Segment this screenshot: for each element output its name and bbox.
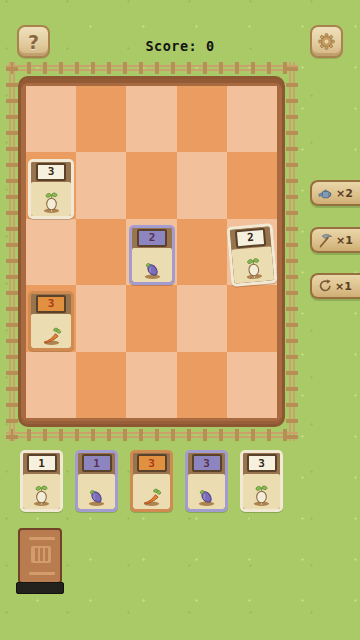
card-turnip[interactable]: 1: [20, 450, 63, 512]
turnip-icon: [29, 483, 54, 508]
board-cell[interactable]: [26, 86, 76, 152]
score-label: Score: 0: [0, 38, 360, 54]
fence-right: [286, 62, 298, 441]
card-eggplant[interactable]: 2: [129, 225, 175, 285]
refresh-button[interactable]: ×1: [310, 273, 360, 299]
deck-book-button[interactable]: [16, 528, 64, 595]
eggplant-icon: [84, 483, 109, 508]
card-header: 1: [78, 453, 115, 474]
card-art: [31, 182, 71, 216]
turnip-icon: [249, 483, 274, 508]
card-carrot[interactable]: 3: [130, 450, 173, 512]
card-art: [243, 474, 280, 509]
book-decoration: [29, 572, 55, 575]
board-cell[interactable]: [227, 352, 277, 418]
board-cell[interactable]: [227, 152, 277, 218]
card-art: [78, 474, 115, 509]
card-value: 1: [82, 454, 112, 472]
fence-top: [6, 62, 298, 74]
card-header: 2: [132, 228, 172, 248]
card-value: 3: [36, 163, 66, 181]
card-turnip[interactable]: 3: [240, 450, 283, 512]
board-cell[interactable]: [126, 285, 176, 351]
card-value: 3: [192, 454, 222, 472]
board-cell[interactable]: [177, 219, 227, 285]
board-cell[interactable]: [26, 219, 76, 285]
card-value: 3: [247, 454, 277, 472]
board-cell[interactable]: [177, 352, 227, 418]
card-header: 3: [188, 453, 225, 474]
settings-button[interactable]: [310, 25, 343, 58]
action-count: ×1: [335, 280, 352, 293]
board-cell[interactable]: [177, 285, 227, 351]
action-count: ×1: [336, 234, 353, 247]
card-value: 3: [137, 454, 167, 472]
carrot-icon: [139, 483, 164, 508]
card-value: 3: [36, 295, 66, 313]
card-turnip[interactable]: 3: [28, 159, 74, 219]
action-count: ×2: [336, 187, 353, 200]
card-value: 2: [137, 229, 167, 247]
card-art: [231, 246, 274, 283]
card-value: 1: [27, 454, 57, 472]
pickaxe-icon: [317, 232, 334, 249]
recipe-book-icon: [18, 528, 62, 584]
board-cell[interactable]: [177, 86, 227, 152]
card-value: 2: [235, 228, 266, 249]
gear-icon: [316, 31, 337, 52]
card-header: 3: [133, 453, 170, 474]
board-cell[interactable]: [126, 152, 176, 218]
board-cell[interactable]: [76, 352, 126, 418]
fence-bottom: [6, 429, 298, 441]
pickaxe-button[interactable]: ×1: [310, 227, 360, 253]
card-header: 3: [31, 162, 71, 182]
card-turnip[interactable]: 2: [226, 223, 277, 287]
card-art: [132, 248, 172, 282]
book-pages: [16, 582, 64, 594]
eggplant-icon: [140, 256, 165, 281]
card-art: [133, 474, 170, 509]
card-eggplant[interactable]: 1: [75, 450, 118, 512]
refresh-icon: [317, 278, 333, 294]
fence-left: [6, 62, 18, 441]
card-art: [23, 474, 60, 509]
board-cell[interactable]: [76, 219, 126, 285]
card-carrot[interactable]: 3: [28, 291, 74, 351]
board-cell[interactable]: [76, 285, 126, 351]
book-emblem: [31, 546, 51, 563]
card-header: 1: [23, 453, 60, 474]
board-cell[interactable]: [126, 352, 176, 418]
board-cell[interactable]: [76, 86, 126, 152]
card-eggplant[interactable]: 3: [185, 450, 228, 512]
card-art: [31, 314, 71, 348]
card-header: 3: [31, 294, 71, 314]
eggplant-icon: [194, 483, 219, 508]
board-cell[interactable]: [76, 152, 126, 218]
watering-can-icon: [317, 185, 334, 202]
board-cell[interactable]: [227, 285, 277, 351]
board-cell[interactable]: [126, 86, 176, 152]
book-decoration: [29, 537, 55, 540]
watering-can-button[interactable]: ×2: [310, 180, 360, 206]
turnip-icon: [240, 255, 267, 282]
board-cell[interactable]: [227, 86, 277, 152]
carrot-icon: [39, 322, 64, 347]
turnip-icon: [39, 190, 64, 215]
card-header: 3: [243, 453, 280, 474]
card-art: [188, 474, 225, 509]
board-cell[interactable]: [177, 152, 227, 218]
board-cell[interactable]: [26, 352, 76, 418]
